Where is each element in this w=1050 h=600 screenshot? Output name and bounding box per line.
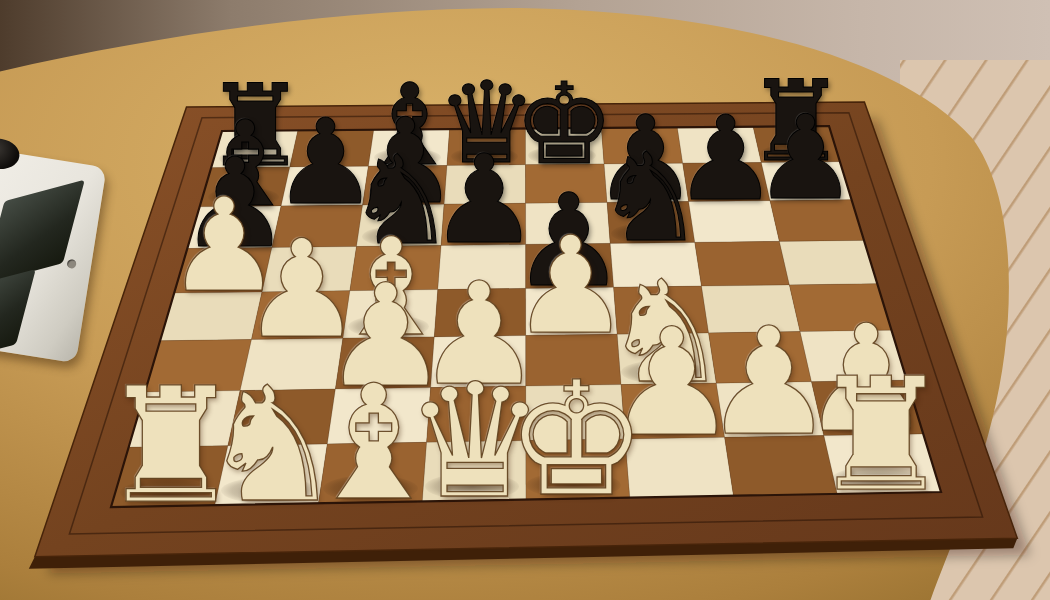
white-rook-h1[interactable]: ♜ (811, 357, 951, 513)
black-pawn-h7[interactable]: ♟ (754, 100, 858, 216)
square-h5[interactable] (779, 240, 877, 285)
white-king-e1[interactable]: ♚ (506, 361, 647, 519)
photo-scene: ♜♝♛♚♜♝♟♟♟♟♟♟♞♟♞♟♟♟♝♟♟♟♞♟♟♟♜♞♝♛♚♜ (0, 0, 1050, 600)
